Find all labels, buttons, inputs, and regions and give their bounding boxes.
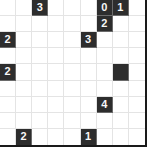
cell-r8c4[interactable] [64, 129, 80, 145]
cell-r7c8[interactable] [129, 113, 145, 129]
clue-cell-r8c1: 2 [16, 129, 32, 145]
cell-r1c7[interactable] [113, 16, 129, 32]
cell-r0c8[interactable] [129, 0, 145, 16]
clue-cell-r1c6: 2 [97, 16, 113, 32]
cell-r5c5[interactable] [81, 81, 97, 97]
cell-r6c5[interactable] [81, 97, 97, 113]
cell-r7c6[interactable] [97, 113, 113, 129]
clue-cell-r0c6: 0 [97, 0, 113, 16]
cell-r5c3[interactable] [48, 81, 64, 97]
cell-r6c3[interactable] [48, 97, 64, 113]
cell-r4c7 [113, 64, 129, 80]
cell-r2c3[interactable] [48, 32, 64, 48]
clue-cell-r2c5: 3 [81, 32, 97, 48]
cell-r4c4[interactable] [64, 64, 80, 80]
cell-r3c7[interactable] [113, 48, 129, 64]
cell-r1c0[interactable] [0, 16, 16, 32]
cell-r7c1[interactable] [16, 113, 32, 129]
cell-r1c8[interactable] [129, 16, 145, 32]
cell-r1c4[interactable] [64, 16, 80, 32]
clue-cell-r0c7: 1 [113, 0, 129, 16]
cell-r1c1[interactable] [16, 16, 32, 32]
cell-r3c4[interactable] [64, 48, 80, 64]
cell-r5c1[interactable] [16, 81, 32, 97]
cell-r0c4[interactable] [64, 0, 80, 16]
cell-r7c4[interactable] [64, 113, 80, 129]
cell-r8c2[interactable] [32, 129, 48, 145]
clue-cell-r4c0: 2 [0, 64, 16, 80]
cell-r3c1[interactable] [16, 48, 32, 64]
cell-r2c2[interactable] [32, 32, 48, 48]
cell-r7c7[interactable] [113, 113, 129, 129]
cell-r5c8[interactable] [129, 81, 145, 97]
cell-r3c5[interactable] [81, 48, 97, 64]
cell-r4c5[interactable] [81, 64, 97, 80]
cell-r3c8[interactable] [129, 48, 145, 64]
cell-r8c8[interactable] [129, 129, 145, 145]
cell-r8c0[interactable] [0, 129, 16, 145]
cell-r4c6[interactable] [97, 64, 113, 80]
cell-r7c2[interactable] [32, 113, 48, 129]
cell-r0c5[interactable] [81, 0, 97, 16]
cell-r6c2[interactable] [32, 97, 48, 113]
cell-r7c3[interactable] [48, 113, 64, 129]
clue-cell-r0c2: 3 [32, 0, 48, 16]
cell-r8c6[interactable] [97, 129, 113, 145]
clue-cell-r2c0: 2 [0, 32, 16, 48]
cell-r6c0[interactable] [0, 97, 16, 113]
cell-r8c3[interactable] [48, 129, 64, 145]
cell-r1c5[interactable] [81, 16, 97, 32]
cell-r6c4[interactable] [64, 97, 80, 113]
cell-r5c0[interactable] [0, 81, 16, 97]
cell-r7c0[interactable] [0, 113, 16, 129]
cell-r4c3[interactable] [48, 64, 64, 80]
cell-r5c2[interactable] [32, 81, 48, 97]
cell-r4c1[interactable] [16, 64, 32, 80]
cell-r7c5[interactable] [81, 113, 97, 129]
cell-r5c7[interactable] [113, 81, 129, 97]
cell-r4c8[interactable] [129, 64, 145, 80]
cell-r3c0[interactable] [0, 48, 16, 64]
cell-r2c7[interactable] [113, 32, 129, 48]
cell-r2c1[interactable] [16, 32, 32, 48]
cell-r6c1[interactable] [16, 97, 32, 113]
cell-r1c2[interactable] [32, 16, 48, 32]
clue-cell-r8c5: 1 [81, 129, 97, 145]
puzzle-board: 3012232421 [0, 0, 147, 147]
cell-r3c6[interactable] [97, 48, 113, 64]
cell-r6c8[interactable] [129, 97, 145, 113]
cell-r3c3[interactable] [48, 48, 64, 64]
cell-r6c7[interactable] [113, 97, 129, 113]
cell-r8c7[interactable] [113, 129, 129, 145]
cell-r4c2[interactable] [32, 64, 48, 80]
clue-cell-r6c6: 4 [97, 97, 113, 113]
cell-r2c8[interactable] [129, 32, 145, 48]
cell-r2c4[interactable] [64, 32, 80, 48]
cell-r3c2[interactable] [32, 48, 48, 64]
cell-r5c4[interactable] [64, 81, 80, 97]
cell-r2c6[interactable] [97, 32, 113, 48]
cell-r0c3[interactable] [48, 0, 64, 16]
cell-r1c3[interactable] [48, 16, 64, 32]
cell-r5c6[interactable] [97, 81, 113, 97]
cell-r0c1[interactable] [16, 0, 32, 16]
cell-r0c0[interactable] [0, 0, 16, 16]
